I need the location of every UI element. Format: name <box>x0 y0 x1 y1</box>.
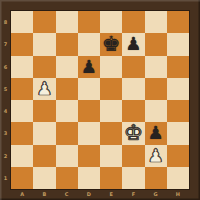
file-label-h: H <box>167 189 189 200</box>
square-d3[interactable] <box>78 122 100 144</box>
black-pawn: ♟ <box>125 35 141 53</box>
rank-label-2: 2 <box>0 145 11 167</box>
square-a2[interactable] <box>11 145 33 167</box>
square-a8[interactable] <box>11 11 33 33</box>
chess-board-frame: ♚♟♟♟♚♟♟ 87654321ABCDEFGH <box>0 0 200 200</box>
rank-label-5: 5 <box>0 78 11 100</box>
file-label-f: F <box>122 189 144 200</box>
square-a7[interactable] <box>11 33 33 55</box>
square-f4[interactable] <box>122 100 144 122</box>
square-f6[interactable] <box>122 56 144 78</box>
square-h8[interactable] <box>167 11 189 33</box>
square-h2[interactable] <box>167 145 189 167</box>
square-e2[interactable] <box>100 145 122 167</box>
square-c1[interactable] <box>56 167 78 189</box>
square-h4[interactable] <box>167 100 189 122</box>
file-label-d: D <box>78 189 100 200</box>
square-f2[interactable] <box>122 145 144 167</box>
chess-board: ♚♟♟♟♚♟♟ <box>11 11 189 189</box>
square-d6[interactable]: ♟ <box>78 56 100 78</box>
file-label-a: A <box>11 189 33 200</box>
file-label-b: B <box>33 189 55 200</box>
square-h7[interactable] <box>167 33 189 55</box>
square-d5[interactable] <box>78 78 100 100</box>
square-b8[interactable] <box>33 11 55 33</box>
square-e4[interactable] <box>100 100 122 122</box>
square-d7[interactable] <box>78 33 100 55</box>
square-b2[interactable] <box>33 145 55 167</box>
square-c5[interactable] <box>56 78 78 100</box>
square-d8[interactable] <box>78 11 100 33</box>
rank-label-1: 1 <box>0 167 11 189</box>
square-d4[interactable] <box>78 100 100 122</box>
square-a1[interactable] <box>11 167 33 189</box>
square-b3[interactable] <box>33 122 55 144</box>
square-c7[interactable] <box>56 33 78 55</box>
square-b5[interactable]: ♟ <box>33 78 55 100</box>
square-c8[interactable] <box>56 11 78 33</box>
square-f3[interactable]: ♚ <box>122 122 144 144</box>
square-g4[interactable] <box>145 100 167 122</box>
square-e1[interactable] <box>100 167 122 189</box>
square-h6[interactable] <box>167 56 189 78</box>
square-c2[interactable] <box>56 145 78 167</box>
rank-label-3: 3 <box>0 122 11 144</box>
rank-label-7: 7 <box>0 33 11 55</box>
square-f7[interactable]: ♟ <box>122 33 144 55</box>
square-a4[interactable] <box>11 100 33 122</box>
square-h3[interactable] <box>167 122 189 144</box>
square-d2[interactable] <box>78 145 100 167</box>
white-king: ♚ <box>124 122 143 143</box>
black-pawn: ♟ <box>148 124 164 142</box>
square-f5[interactable] <box>122 78 144 100</box>
file-label-c: C <box>56 189 78 200</box>
black-pawn: ♟ <box>81 57 97 75</box>
square-g6[interactable] <box>145 56 167 78</box>
square-g3[interactable]: ♟ <box>145 122 167 144</box>
square-a3[interactable] <box>11 122 33 144</box>
square-c4[interactable] <box>56 100 78 122</box>
square-g2[interactable]: ♟ <box>145 145 167 167</box>
square-b4[interactable] <box>33 100 55 122</box>
square-f1[interactable] <box>122 167 144 189</box>
square-d1[interactable] <box>78 167 100 189</box>
square-c3[interactable] <box>56 122 78 144</box>
square-h1[interactable] <box>167 167 189 189</box>
square-b6[interactable] <box>33 56 55 78</box>
white-pawn: ♟ <box>36 79 52 97</box>
square-g8[interactable] <box>145 11 167 33</box>
rank-label-8: 8 <box>0 11 11 33</box>
square-a5[interactable] <box>11 78 33 100</box>
file-label-g: G <box>145 189 167 200</box>
square-b1[interactable] <box>33 167 55 189</box>
square-e7[interactable]: ♚ <box>100 33 122 55</box>
square-b7[interactable] <box>33 33 55 55</box>
square-e8[interactable] <box>100 11 122 33</box>
square-e5[interactable] <box>100 78 122 100</box>
square-g5[interactable] <box>145 78 167 100</box>
square-f8[interactable] <box>122 11 144 33</box>
rank-label-4: 4 <box>0 100 11 122</box>
square-e3[interactable] <box>100 122 122 144</box>
rank-label-6: 6 <box>0 56 11 78</box>
black-king: ♚ <box>102 33 121 54</box>
square-c6[interactable] <box>56 56 78 78</box>
square-a6[interactable] <box>11 56 33 78</box>
square-e6[interactable] <box>100 56 122 78</box>
file-label-e: E <box>100 189 122 200</box>
square-h5[interactable] <box>167 78 189 100</box>
white-pawn: ♟ <box>148 146 164 164</box>
square-g1[interactable] <box>145 167 167 189</box>
square-g7[interactable] <box>145 33 167 55</box>
